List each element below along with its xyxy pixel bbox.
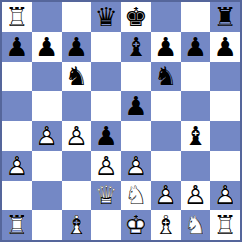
square-f6[interactable]: ♞: [151, 62, 181, 92]
white-rook[interactable]: ♜♖: [2, 2, 32, 32]
square-e1[interactable]: ♚♔: [121, 210, 151, 240]
piece-outline: ♗: [62, 210, 92, 240]
white-king[interactable]: ♚♔: [121, 210, 151, 240]
black-pawn[interactable]: ♟: [151, 32, 181, 62]
white-pawn[interactable]: ♟♙: [210, 181, 240, 211]
piece-outline: ♘: [121, 181, 151, 211]
square-h5[interactable]: [210, 91, 240, 121]
piece-outline: ♖: [2, 210, 32, 240]
white-bishop[interactable]: ♝♗: [62, 210, 92, 240]
square-f2[interactable]: ♟♙: [151, 181, 181, 211]
white-pawn[interactable]: ♟♙: [91, 151, 121, 181]
white-pawn[interactable]: ♟♙: [121, 151, 151, 181]
piece-outline: ♘: [181, 210, 211, 240]
square-f1[interactable]: ♝♗: [151, 210, 181, 240]
square-f4[interactable]: [151, 121, 181, 151]
piece-outline: ♙: [121, 151, 151, 181]
white-bishop[interactable]: ♝♗: [151, 210, 181, 240]
black-pawn[interactable]: ♟: [181, 32, 211, 62]
square-c6[interactable]: ♞: [62, 62, 92, 92]
square-c7[interactable]: ♟: [62, 32, 92, 62]
square-h2[interactable]: ♟♙: [210, 181, 240, 211]
square-c5[interactable]: [62, 91, 92, 121]
white-pawn[interactable]: ♟♙: [32, 121, 62, 151]
square-e3[interactable]: ♟♙: [121, 151, 151, 181]
piece-outline: ♖: [2, 2, 32, 32]
piece-outline: ♙: [91, 151, 121, 181]
square-b1[interactable]: [32, 210, 62, 240]
piece-outline: ♗: [151, 210, 181, 240]
square-e5[interactable]: ♟: [121, 91, 151, 121]
square-c2[interactable]: [62, 181, 92, 211]
square-g6[interactable]: [181, 62, 211, 92]
white-pawn[interactable]: ♟♙: [181, 181, 211, 211]
square-a2[interactable]: [2, 181, 32, 211]
square-c3[interactable]: [62, 151, 92, 181]
black-bishop[interactable]: ♝: [121, 32, 151, 62]
square-h6[interactable]: [210, 62, 240, 92]
square-a6[interactable]: [2, 62, 32, 92]
board-grid: ♜♖♛♚♜♟♟♟♝♟♟♟♞♞♟♟♙♟♙♟♝♟♙♟♙♟♙♛♕♞♘♟♙♟♙♟♙♜♖♝…: [2, 2, 240, 240]
white-pawn[interactable]: ♟♙: [2, 151, 32, 181]
square-d1[interactable]: [91, 210, 121, 240]
square-a4[interactable]: [2, 121, 32, 151]
piece-outline: ♖: [210, 210, 240, 240]
black-pawn[interactable]: ♟: [91, 121, 121, 151]
square-e4[interactable]: [121, 121, 151, 151]
white-rook[interactable]: ♜♖: [210, 210, 240, 240]
black-queen[interactable]: ♛: [91, 2, 121, 32]
piece-outline: ♙: [151, 181, 181, 211]
square-b8[interactable]: [32, 2, 62, 32]
square-e2[interactable]: ♞♘: [121, 181, 151, 211]
square-a8[interactable]: ♜♖: [2, 2, 32, 32]
square-f7[interactable]: ♟: [151, 32, 181, 62]
square-e8[interactable]: ♚: [121, 2, 151, 32]
square-c4[interactable]: ♟♙: [62, 121, 92, 151]
piece-outline: ♔: [121, 210, 151, 240]
black-pawn[interactable]: ♟: [2, 32, 32, 62]
square-b5[interactable]: [32, 91, 62, 121]
square-c8[interactable]: [62, 2, 92, 32]
square-f3[interactable]: [151, 151, 181, 181]
square-b7[interactable]: ♟: [32, 32, 62, 62]
piece-outline: ♙: [181, 181, 211, 211]
square-c1[interactable]: ♝♗: [62, 210, 92, 240]
white-knight[interactable]: ♞♘: [181, 210, 211, 240]
square-d6[interactable]: [91, 62, 121, 92]
square-d2[interactable]: ♛♕: [91, 181, 121, 211]
square-b6[interactable]: [32, 62, 62, 92]
square-d8[interactable]: ♛: [91, 2, 121, 32]
square-a7[interactable]: ♟: [2, 32, 32, 62]
square-g1[interactable]: ♞♘: [181, 210, 211, 240]
white-queen[interactable]: ♛♕: [91, 181, 121, 211]
square-b4[interactable]: ♟♙: [32, 121, 62, 151]
black-knight[interactable]: ♞: [151, 62, 181, 92]
square-d4[interactable]: ♟: [91, 121, 121, 151]
piece-outline: ♙: [32, 121, 62, 151]
square-h3[interactable]: [210, 151, 240, 181]
black-king[interactable]: ♚: [121, 2, 151, 32]
square-h4[interactable]: [210, 121, 240, 151]
black-rook[interactable]: ♜: [210, 2, 240, 32]
black-pawn[interactable]: ♟: [121, 91, 151, 121]
square-a3[interactable]: ♟♙: [2, 151, 32, 181]
square-a1[interactable]: ♜♖: [2, 210, 32, 240]
square-d7[interactable]: [91, 32, 121, 62]
black-pawn[interactable]: ♟: [62, 32, 92, 62]
piece-outline: ♕: [91, 181, 121, 211]
square-b3[interactable]: [32, 151, 62, 181]
black-bishop[interactable]: ♝: [181, 121, 211, 151]
square-h8[interactable]: ♜: [210, 2, 240, 32]
square-b2[interactable]: [32, 181, 62, 211]
black-knight[interactable]: ♞: [62, 62, 92, 92]
white-knight[interactable]: ♞♘: [121, 181, 151, 211]
square-d5[interactable]: [91, 91, 121, 121]
square-e6[interactable]: [121, 62, 151, 92]
square-g7[interactable]: ♟: [181, 32, 211, 62]
black-pawn[interactable]: ♟: [32, 32, 62, 62]
piece-outline: ♙: [2, 151, 32, 181]
piece-outline: ♙: [210, 181, 240, 211]
square-g4[interactable]: ♝: [181, 121, 211, 151]
square-a5[interactable]: [2, 91, 32, 121]
white-rook[interactable]: ♜♖: [2, 210, 32, 240]
square-h1[interactable]: ♜♖: [210, 210, 240, 240]
square-d3[interactable]: ♟♙: [91, 151, 121, 181]
square-f8[interactable]: [151, 2, 181, 32]
chess-board: ♜♖♛♚♜♟♟♟♝♟♟♟♞♞♟♟♙♟♙♟♝♟♙♟♙♟♙♛♕♞♘♟♙♟♙♟♙♜♖♝…: [0, 0, 242, 242]
black-pawn[interactable]: ♟: [210, 32, 240, 62]
piece-outline: ♙: [62, 121, 92, 151]
square-g3[interactable]: [181, 151, 211, 181]
square-g5[interactable]: [181, 91, 211, 121]
square-h7[interactable]: ♟: [210, 32, 240, 62]
square-g2[interactable]: ♟♙: [181, 181, 211, 211]
white-pawn[interactable]: ♟♙: [62, 121, 92, 151]
square-f5[interactable]: [151, 91, 181, 121]
white-pawn[interactable]: ♟♙: [151, 181, 181, 211]
square-e7[interactable]: ♝: [121, 32, 151, 62]
square-g8[interactable]: [181, 2, 211, 32]
